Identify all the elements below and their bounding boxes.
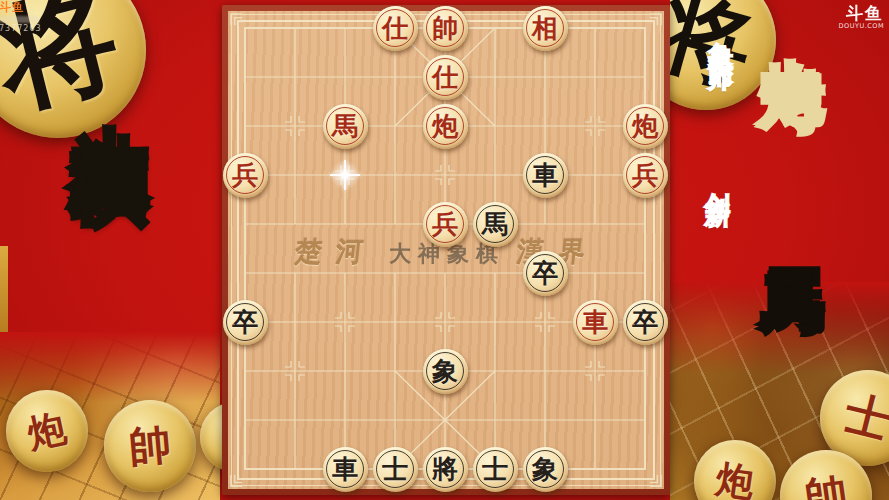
douyu-logo: 斗鱼 DOUYU.COM — [839, 5, 884, 30]
black-advisor-piece[interactable]: 士 — [373, 447, 418, 492]
black-advisor-piece[interactable]: 士 — [473, 447, 518, 492]
board-surface[interactable]: 楚河 大神象棋 漢界 仕帥相仕馬炮炮兵車兵兵馬卒卒車卒象車士將士象 — [228, 11, 664, 489]
right-banner-title-bottom: 屏风马 — [750, 218, 837, 233]
piece-glyph: 車 — [523, 153, 568, 198]
right-banner: 将 士 炮 帥 斗鱼 DOUYU.COM 象棋大师 创新 中炮对 屏风马 — [670, 0, 889, 500]
bottom-left-pieces-photo: 炮 帥 — [0, 332, 220, 500]
piece-glyph: 炮 — [623, 104, 668, 149]
piece-glyph: 卒 — [223, 300, 268, 345]
pieces-layer: 仕帥相仕馬炮炮兵車兵兵馬卒卒車卒象車士將士象 — [228, 11, 664, 489]
red-horse-piece[interactable]: 馬 — [323, 104, 368, 149]
piece-glyph: 兵 — [223, 153, 268, 198]
black-elephant-piece[interactable]: 象 — [523, 447, 568, 492]
right-banner-title-top: 中炮对 — [750, 8, 837, 23]
piece-glyph: 仕 — [423, 55, 468, 100]
black-chariot-piece[interactable]: 車 — [523, 153, 568, 198]
black-soldier-piece[interactable]: 卒 — [623, 300, 668, 345]
right-banner-subtitle: 象棋大师 — [704, 22, 737, 54]
piece-glyph: 象 — [423, 349, 468, 394]
left-banner: 将 斗鱼 7377263 大神象棋 炮 帥 — [0, 0, 222, 500]
red-advisor-piece[interactable]: 仕 — [373, 6, 418, 51]
piece-glyph: 卒 — [623, 300, 668, 345]
piece-glyph: 卒 — [523, 251, 568, 296]
piece-glyph: 將 — [423, 447, 468, 492]
photo-cannon-piece: 炮 — [6, 390, 88, 472]
watermark-room-id: 7377263 — [0, 25, 42, 34]
xiangqi-board[interactable]: 楚河 大神象棋 漢界 仕帥相仕馬炮炮兵車兵兵馬卒卒車卒象車士將士象 — [222, 5, 670, 495]
red-elephant-piece[interactable]: 相 — [523, 6, 568, 51]
black-soldier-piece[interactable]: 卒 — [523, 251, 568, 296]
piece-glyph: 兵 — [623, 153, 668, 198]
stream-frame: 将 斗鱼 7377263 大神象棋 炮 帥 — [0, 0, 889, 500]
piece-glyph: 象 — [523, 447, 568, 492]
marshal-piece-glyph: 帥 — [801, 465, 850, 500]
red-cannon-piece[interactable]: 炮 — [423, 104, 468, 149]
photo-edge-sliver — [0, 246, 8, 338]
piece-glyph: 炮 — [423, 104, 468, 149]
piece-glyph: 士 — [373, 447, 418, 492]
piece-glyph: 車 — [323, 447, 368, 492]
red-soldier-piece[interactable]: 兵 — [623, 153, 668, 198]
red-soldier-piece[interactable]: 兵 — [223, 153, 268, 198]
red-soldier-piece[interactable]: 兵 — [423, 202, 468, 247]
marshal-piece-glyph: 帥 — [127, 416, 174, 475]
red-king-piece[interactable]: 帥 — [423, 6, 468, 51]
black-elephant-piece[interactable]: 象 — [423, 349, 468, 394]
piece-glyph: 馬 — [323, 104, 368, 149]
douyu-brand-text: 斗鱼 — [839, 5, 884, 23]
black-king-piece[interactable]: 將 — [423, 447, 468, 492]
black-soldier-piece[interactable]: 卒 — [223, 300, 268, 345]
piece-glyph: 車 — [573, 300, 618, 345]
streamer-watermark: 斗鱼 7377263 — [0, 1, 42, 34]
black-horse-piece[interactable]: 馬 — [473, 202, 518, 247]
bottom-right-pieces-photo: 士 炮 帥 — [670, 282, 889, 500]
douyu-domain-text: DOUYU.COM — [839, 23, 884, 30]
red-cannon-piece[interactable]: 炮 — [623, 104, 668, 149]
right-banner-subtitle-accent: 创新 — [701, 172, 736, 186]
piece-glyph: 帥 — [423, 6, 468, 51]
piece-glyph: 兵 — [423, 202, 468, 247]
watermark-brand: 斗鱼 — [0, 1, 42, 14]
piece-glyph: 相 — [523, 6, 568, 51]
piece-glyph: 馬 — [473, 202, 518, 247]
cannon-piece-glyph: 炮 — [23, 402, 71, 460]
left-banner-title: 大神象棋 — [56, 60, 164, 92]
photo-marshal-piece: 帥 — [104, 400, 196, 492]
red-advisor-piece[interactable]: 仕 — [423, 55, 468, 100]
red-chariot-piece[interactable]: 車 — [573, 300, 618, 345]
piece-glyph: 仕 — [373, 6, 418, 51]
watermark-blurred-line — [0, 16, 39, 23]
cannon-piece-glyph: 炮 — [713, 453, 758, 500]
black-chariot-piece[interactable]: 車 — [323, 447, 368, 492]
advisor-piece-glyph: 士 — [838, 382, 889, 453]
piece-glyph: 士 — [473, 447, 518, 492]
